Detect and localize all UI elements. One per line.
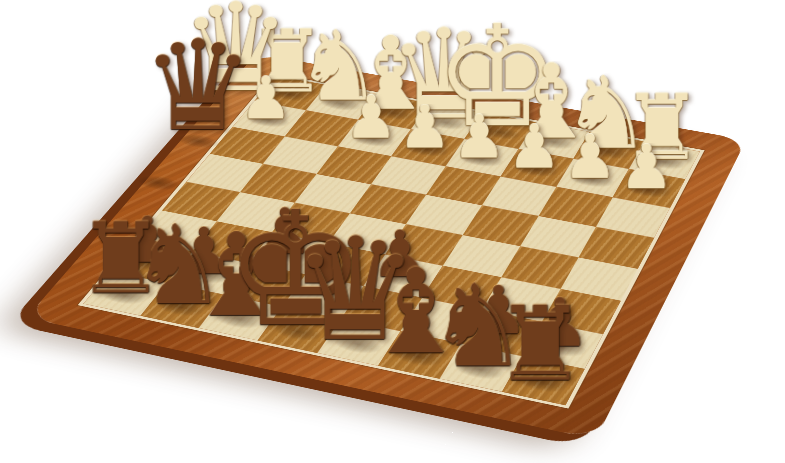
white-pawn-g2[interactable]: ♟ xyxy=(563,133,617,183)
white-pawn-h2[interactable]: ♟ xyxy=(619,143,674,193)
white-pawn-d2[interactable]: ♟ xyxy=(398,104,451,153)
white-pawn-e2[interactable]: ♟ xyxy=(452,113,505,162)
white-pawn-f2[interactable]: ♟ xyxy=(507,123,561,172)
white-pawn-c2[interactable]: ♟ xyxy=(345,94,398,142)
chess-board: ♜♞♝♛♚♝♞♜♟♟♟♟♟♟♟♟♟♟♟♟♟♜♞♝♚♛♝♞♜ ♛ ♛ xyxy=(26,54,746,440)
black-rook-h8[interactable]: ♜ xyxy=(494,302,587,387)
extra-black-queen[interactable]: ♛ xyxy=(142,34,254,136)
chess-set-photo: ♜♞♝♛♚♝♞♜♟♟♟♟♟♟♟♟♟♟♟♟♟♜♞♝♚♛♝♞♜ ♛ ♛ xyxy=(0,0,785,463)
square-h8[interactable]: ♜ xyxy=(502,356,585,405)
